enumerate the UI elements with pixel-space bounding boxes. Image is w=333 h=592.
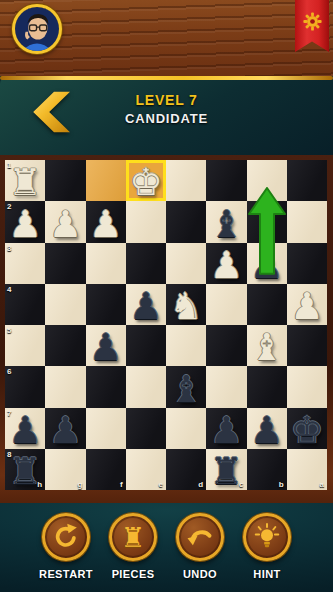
undo-icon [185,522,215,552]
piece-wP-c3[interactable]: ♟ [210,247,243,284]
header-wood-bar [0,0,333,76]
piece-bP-g7[interactable]: ♟ [49,412,82,449]
restart-icon [51,522,81,552]
piece-wP-a4[interactable]: ♟ [290,288,323,325]
gear-icon [302,11,323,32]
square-h5[interactable]: 5 [5,325,45,366]
rank-title: CANDIDATE [0,111,333,126]
square-d1[interactable] [166,160,206,201]
square-h7[interactable]: 7♟ [5,408,45,449]
square-h4[interactable]: 4 [5,284,45,325]
level-label: LEVEL 7 [0,92,333,108]
piece-bB-d6[interactable]: ♝ [170,371,203,408]
square-e1[interactable]: ♚ [126,160,166,201]
file-label-g: g [78,480,83,489]
square-d3[interactable] [166,243,206,284]
square-c8[interactable]: c♜ [206,449,246,490]
square-b7[interactable]: ♟ [247,408,287,449]
square-e8[interactable]: e [126,449,166,490]
avatar-face-icon [15,7,59,51]
square-f7[interactable] [86,408,126,449]
board-frame: 1♜♚2♟♟♟♝3♟♟4♟♞♟5♟♝6♝7♟♟♟♟♚8h♜gfedc♜ba [0,155,333,503]
undo-label: UNDO [183,568,217,580]
piece-bR-c8[interactable]: ♜ [210,453,243,490]
pieces-button-group: ♜ PIECES [109,513,157,580]
square-g8[interactable]: g [45,449,85,490]
chess-board[interactable]: 1♜♚2♟♟♟♝3♟♟4♟♞♟5♟♝6♝7♟♟♟♟♚8h♜gfedc♜ba [5,160,327,490]
square-b6[interactable] [247,366,287,407]
square-a5[interactable] [287,325,327,366]
square-c6[interactable] [206,366,246,407]
square-c7[interactable]: ♟ [206,408,246,449]
file-label-a: a [320,480,324,489]
square-g4[interactable] [45,284,85,325]
rank-label-2: 2 [7,202,11,211]
square-c1[interactable] [206,160,246,201]
square-a3[interactable] [287,243,327,284]
restart-label: RESTART [39,568,93,580]
square-d2[interactable] [166,201,206,242]
rank-label-5: 5 [7,326,11,335]
square-a7[interactable]: ♚ [287,408,327,449]
piece-wP-f2[interactable]: ♟ [89,206,122,243]
square-f5[interactable]: ♟ [86,325,126,366]
pieces-icon: ♜ [121,524,145,551]
restart-button[interactable] [42,513,90,561]
piece-bP-e4[interactable]: ♟ [129,288,162,325]
file-label-f: f [120,480,123,489]
square-a1[interactable] [287,160,327,201]
undo-button[interactable] [176,513,224,561]
hint-icon [252,522,282,552]
hint-button-group: HINT [243,513,291,580]
square-d5[interactable] [166,325,206,366]
square-b5[interactable]: ♝ [247,325,287,366]
square-g7[interactable]: ♟ [45,408,85,449]
square-e4[interactable]: ♟ [126,284,166,325]
square-g3[interactable] [45,243,85,284]
square-c3[interactable]: ♟ [206,243,246,284]
rank-label-4: 4 [7,285,11,294]
piece-bK-a7[interactable]: ♚ [290,412,323,449]
hint-button[interactable] [243,513,291,561]
file-label-e: e [159,480,163,489]
rank-label-8: 8 [7,450,11,459]
square-f3[interactable] [86,243,126,284]
piece-bP-b3[interactable]: ♟ [250,247,283,284]
square-b3[interactable]: ♟ [247,243,287,284]
piece-wB-b5[interactable]: ♝ [250,329,283,366]
rank-label-7: 7 [7,409,11,418]
square-g1[interactable] [45,160,85,201]
square-b2[interactable] [247,201,287,242]
rank-label-3: 3 [7,244,11,253]
rank-label-1: 1 [7,161,11,170]
square-g5[interactable] [45,325,85,366]
square-e3[interactable] [126,243,166,284]
level-panel: LEVEL 7 CANDIDATE [0,76,333,155]
square-d8[interactable]: d [166,449,206,490]
square-b1[interactable] [247,160,287,201]
file-label-b: b [279,480,284,489]
piece-bP-h7[interactable]: ♟ [9,412,42,449]
piece-wP-h2[interactable]: ♟ [9,206,42,243]
gold-divider [0,76,333,80]
bottom-bar: RESTART ♜ PIECES UNDO [0,503,333,592]
square-f6[interactable] [86,366,126,407]
square-c5[interactable] [206,325,246,366]
square-b4[interactable] [247,284,287,325]
piece-bP-f5[interactable]: ♟ [89,329,122,366]
square-h8[interactable]: 8h♜ [5,449,45,490]
piece-bP-b7[interactable]: ♟ [250,412,283,449]
square-d7[interactable] [166,408,206,449]
square-a8[interactable]: a [287,449,327,490]
rank-label-6: 6 [7,367,11,376]
square-g2[interactable]: ♟ [45,201,85,242]
square-d4[interactable]: ♞ [166,284,206,325]
pieces-button[interactable]: ♜ [109,513,157,561]
piece-bB-c2[interactable]: ♝ [210,206,243,243]
square-b8[interactable]: b [247,449,287,490]
piece-bP-c7[interactable]: ♟ [210,412,243,449]
square-g6[interactable] [45,366,85,407]
square-a4[interactable]: ♟ [287,284,327,325]
square-e5[interactable] [126,325,166,366]
file-label-c: c [239,480,243,489]
square-f4[interactable] [86,284,126,325]
piece-wN-d4[interactable]: ♞ [170,288,203,325]
square-f2[interactable]: ♟ [86,201,126,242]
piece-wR-h1[interactable]: ♜ [9,164,42,201]
square-h3[interactable]: 3 [5,243,45,284]
square-e7[interactable] [126,408,166,449]
player-avatar[interactable] [12,4,62,54]
square-h1[interactable]: 1♜ [5,160,45,201]
square-d6[interactable]: ♝ [166,366,206,407]
pieces-label: PIECES [112,568,155,580]
piece-wK-e1[interactable]: ♚ [129,164,162,201]
settings-button[interactable] [295,0,329,52]
square-h2[interactable]: 2♟ [5,201,45,242]
file-label-h: h [37,480,42,489]
square-h6[interactable]: 6 [5,366,45,407]
toolbar: RESTART ♜ PIECES UNDO [0,513,333,580]
square-c2[interactable]: ♝ [206,201,246,242]
square-f1[interactable] [86,160,126,201]
piece-wP-g2[interactable]: ♟ [49,206,82,243]
file-label-d: d [198,480,203,489]
square-c4[interactable] [206,284,246,325]
restart-button-group: RESTART [42,513,90,580]
hint-label: HINT [253,568,280,580]
square-e6[interactable] [126,366,166,407]
square-f8[interactable]: f [86,449,126,490]
undo-button-group: UNDO [176,513,224,580]
square-a2[interactable] [287,201,327,242]
square-e2[interactable] [126,201,166,242]
app-screen: LEVEL 7 CANDIDATE 1♜♚2♟♟♟♝3♟♟4♟♞♟5♟♝6♝7♟… [0,0,333,592]
square-a6[interactable] [287,366,327,407]
